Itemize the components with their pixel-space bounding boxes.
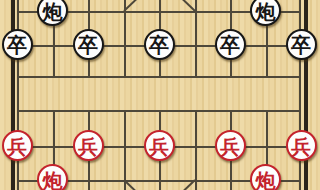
pieces-layer: 炮炮卒卒卒卒卒兵兵兵兵兵炮炮: [0, 0, 320, 190]
piece-black-soldier[interactable]: 卒: [215, 29, 246, 60]
piece-character: 卒: [291, 35, 311, 55]
piece-character: 兵: [7, 136, 27, 156]
piece-black-soldier[interactable]: 卒: [144, 29, 175, 60]
piece-character: 炮: [256, 1, 276, 21]
piece-red-soldier[interactable]: 兵: [286, 130, 317, 161]
piece-black-soldier[interactable]: 卒: [73, 29, 104, 60]
piece-character: 卒: [78, 35, 98, 55]
piece-black-cannon[interactable]: 炮: [250, 0, 281, 26]
piece-red-soldier[interactable]: 兵: [73, 130, 104, 161]
piece-character: 兵: [78, 136, 98, 156]
piece-character: 兵: [220, 136, 240, 156]
piece-character: 炮: [256, 170, 276, 190]
piece-red-cannon[interactable]: 炮: [37, 164, 68, 190]
piece-red-soldier[interactable]: 兵: [144, 130, 175, 161]
xiangqi-board[interactable]: 炮炮卒卒卒卒卒兵兵兵兵兵炮炮: [0, 0, 320, 190]
piece-character: 炮: [43, 170, 63, 190]
piece-black-soldier[interactable]: 卒: [286, 29, 317, 60]
piece-character: 兵: [149, 136, 169, 156]
piece-red-cannon[interactable]: 炮: [250, 164, 281, 190]
piece-character: 兵: [291, 136, 311, 156]
piece-character: 卒: [7, 35, 27, 55]
piece-character: 卒: [220, 35, 240, 55]
piece-black-cannon[interactable]: 炮: [37, 0, 68, 26]
piece-red-soldier[interactable]: 兵: [215, 130, 246, 161]
piece-red-soldier[interactable]: 兵: [2, 130, 33, 161]
piece-character: 卒: [149, 35, 169, 55]
piece-character: 炮: [43, 1, 63, 21]
piece-black-soldier[interactable]: 卒: [2, 29, 33, 60]
